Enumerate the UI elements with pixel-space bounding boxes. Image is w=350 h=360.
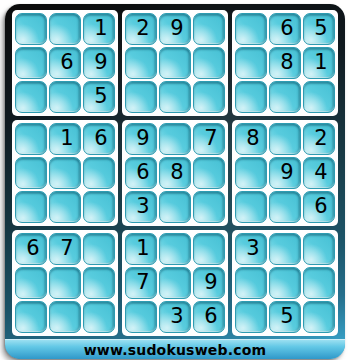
cell-r6c2[interactable] [49, 191, 81, 223]
cell-r8c3[interactable] [83, 267, 115, 299]
given-digit: 9 [94, 52, 107, 73]
cell-r5c2[interactable] [49, 157, 81, 189]
cell-r9c5[interactable]: 3 [159, 301, 191, 333]
given-digit: 7 [204, 128, 217, 149]
cell-r9c2[interactable] [49, 301, 81, 333]
cell-r3c2[interactable] [49, 81, 81, 113]
given-digit: 3 [170, 306, 183, 327]
box-2-2: 97683 [122, 120, 228, 226]
box-1-3: 6581 [232, 10, 338, 116]
given-digit: 6 [60, 52, 73, 73]
cell-r3c9[interactable] [303, 81, 335, 113]
given-digit: 3 [246, 238, 259, 259]
given-digit: 6 [26, 238, 39, 259]
cell-r1c9[interactable]: 5 [303, 13, 335, 45]
cell-r3c8[interactable] [269, 81, 301, 113]
given-digit: 9 [204, 272, 217, 293]
cell-r8c6[interactable]: 9 [193, 267, 225, 299]
cell-r4c2[interactable]: 1 [49, 123, 81, 155]
cell-r3c7[interactable] [235, 81, 267, 113]
given-digit: 5 [280, 306, 293, 327]
cell-r4c3[interactable]: 6 [83, 123, 115, 155]
cell-r8c4[interactable]: 7 [125, 267, 157, 299]
given-digit: 7 [136, 272, 149, 293]
cell-r8c1[interactable] [15, 267, 47, 299]
cell-r8c5[interactable] [159, 267, 191, 299]
cell-r2c1[interactable] [15, 47, 47, 79]
cell-r9c1[interactable] [15, 301, 47, 333]
cell-r7c2[interactable]: 7 [49, 233, 81, 265]
cell-r1c4[interactable]: 2 [125, 13, 157, 45]
cell-r5c8[interactable]: 9 [269, 157, 301, 189]
cell-r4c7[interactable]: 8 [235, 123, 267, 155]
cell-r2c9[interactable]: 1 [303, 47, 335, 79]
cell-r6c1[interactable] [15, 191, 47, 223]
cell-r3c5[interactable] [159, 81, 191, 113]
cell-r9c4[interactable] [125, 301, 157, 333]
given-digit: 6 [314, 196, 327, 217]
given-digit: 5 [314, 18, 327, 39]
cell-r5c4[interactable]: 6 [125, 157, 157, 189]
box-3-3: 35 [232, 230, 338, 336]
given-digit: 1 [136, 238, 149, 259]
cell-r1c7[interactable] [235, 13, 267, 45]
cell-r1c5[interactable]: 9 [159, 13, 191, 45]
given-digit: 2 [314, 128, 327, 149]
cell-r3c3[interactable]: 5 [83, 81, 115, 113]
cell-r5c1[interactable] [15, 157, 47, 189]
cell-r4c1[interactable] [15, 123, 47, 155]
cell-r4c8[interactable] [269, 123, 301, 155]
cell-r1c6[interactable] [193, 13, 225, 45]
sudoku-board: 1695296581169768382946671793635 www.sudo… [5, 4, 345, 359]
cell-r9c6[interactable]: 6 [193, 301, 225, 333]
cell-r6c3[interactable] [83, 191, 115, 223]
cell-r5c6[interactable] [193, 157, 225, 189]
cell-r6c9[interactable]: 6 [303, 191, 335, 223]
cell-r8c7[interactable] [235, 267, 267, 299]
cell-r4c5[interactable] [159, 123, 191, 155]
cell-r2c6[interactable] [193, 47, 225, 79]
box-2-3: 82946 [232, 120, 338, 226]
given-digit: 1 [94, 18, 107, 39]
cell-r6c4[interactable]: 3 [125, 191, 157, 223]
cell-r8c2[interactable] [49, 267, 81, 299]
box-1-1: 1695 [12, 10, 118, 116]
cell-r4c9[interactable]: 2 [303, 123, 335, 155]
given-digit: 5 [94, 86, 107, 107]
cell-r3c1[interactable] [15, 81, 47, 113]
cell-r2c3[interactable]: 9 [83, 47, 115, 79]
cell-r1c1[interactable] [15, 13, 47, 45]
cell-r9c9[interactable] [303, 301, 335, 333]
given-digit: 6 [280, 18, 293, 39]
given-digit: 7 [60, 238, 73, 259]
box-3-2: 17936 [122, 230, 228, 336]
box-3-1: 67 [12, 230, 118, 336]
given-digit: 2 [136, 18, 149, 39]
cell-r1c8[interactable]: 6 [269, 13, 301, 45]
cell-r5c7[interactable] [235, 157, 267, 189]
given-digit: 8 [280, 52, 293, 73]
cell-r7c8[interactable] [269, 233, 301, 265]
cell-r1c2[interactable] [49, 13, 81, 45]
cell-r9c3[interactable] [83, 301, 115, 333]
cell-r6c6[interactable] [193, 191, 225, 223]
cell-r2c8[interactable]: 8 [269, 47, 301, 79]
box-2-1: 16 [12, 120, 118, 226]
cell-r7c6[interactable] [193, 233, 225, 265]
cell-r9c8[interactable]: 5 [269, 301, 301, 333]
given-digit: 9 [136, 128, 149, 149]
cell-r7c7[interactable]: 3 [235, 233, 267, 265]
cell-r2c2[interactable]: 6 [49, 47, 81, 79]
cell-r2c4[interactable] [125, 47, 157, 79]
cell-r7c4[interactable]: 1 [125, 233, 157, 265]
cell-r1c3[interactable]: 1 [83, 13, 115, 45]
cell-r9c7[interactable] [235, 301, 267, 333]
website-url[interactable]: www.sudokusweb.com [84, 342, 267, 358]
cell-r6c5[interactable] [159, 191, 191, 223]
cell-r2c5[interactable] [159, 47, 191, 79]
given-digit: 1 [314, 52, 327, 73]
cell-r2c7[interactable] [235, 47, 267, 79]
cell-r6c7[interactable] [235, 191, 267, 223]
cell-r8c9[interactable] [303, 267, 335, 299]
given-digit: 6 [94, 128, 107, 149]
given-digit: 6 [136, 162, 149, 183]
given-digit: 6 [204, 306, 217, 327]
cell-r4c4[interactable]: 9 [125, 123, 157, 155]
cell-r8c8[interactable] [269, 267, 301, 299]
cell-r7c5[interactable] [159, 233, 191, 265]
cell-r7c9[interactable] [303, 233, 335, 265]
sudoku-grid: 1695296581169768382946671793635 [12, 10, 338, 336]
given-digit: 9 [170, 18, 183, 39]
cell-r5c9[interactable]: 4 [303, 157, 335, 189]
cell-r7c3[interactable] [83, 233, 115, 265]
cell-r7c1[interactable]: 6 [15, 233, 47, 265]
cell-r6c8[interactable] [269, 191, 301, 223]
cell-r3c6[interactable] [193, 81, 225, 113]
given-digit: 1 [60, 128, 73, 149]
cell-r3c4[interactable] [125, 81, 157, 113]
given-digit: 3 [136, 196, 149, 217]
box-1-2: 29 [122, 10, 228, 116]
given-digit: 4 [314, 162, 327, 183]
cell-r4c6[interactable]: 7 [193, 123, 225, 155]
cell-r5c5[interactable]: 8 [159, 157, 191, 189]
given-digit: 8 [170, 162, 183, 183]
given-digit: 9 [280, 162, 293, 183]
cell-r5c3[interactable] [83, 157, 115, 189]
given-digit: 8 [246, 128, 259, 149]
footer-bar: www.sudokusweb.com [5, 339, 345, 359]
